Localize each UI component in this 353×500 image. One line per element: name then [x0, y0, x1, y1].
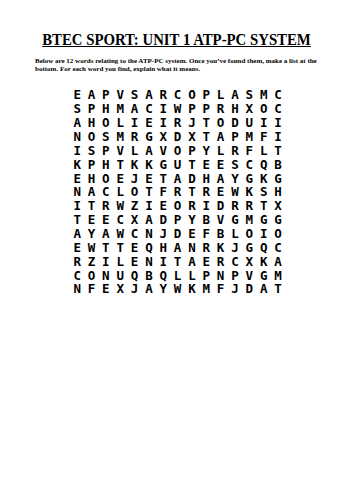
- grid-cell-r11c12: L: [228, 227, 242, 241]
- grid-cell-r1c7: R: [156, 88, 170, 102]
- grid-cell-r4c10: T: [199, 130, 213, 144]
- grid-cell-r2c7: I: [156, 102, 170, 116]
- grid-cell-r8c15: H: [271, 185, 285, 199]
- grid-cell-r3c3: O: [99, 116, 113, 130]
- grid-cell-r13c14: K: [256, 254, 270, 268]
- grid-cell-r2c1: S: [70, 102, 84, 116]
- grid-cell-r4c15: I: [271, 130, 285, 144]
- grid-cell-r13c6: N: [142, 254, 156, 268]
- grid-cell-r12c8: A: [170, 240, 184, 254]
- grid-cell-r9c1: I: [70, 199, 84, 213]
- grid-cell-r14c3: N: [99, 268, 113, 282]
- grid-cell-r1c9: O: [185, 88, 199, 102]
- grid-cell-r11c13: O: [242, 227, 256, 241]
- grid-cell-r13c5: E: [127, 254, 141, 268]
- grid-cell-r9c2: T: [84, 199, 98, 213]
- grid-cell-r2c8: W: [170, 102, 184, 116]
- grid-cell-r11c7: J: [156, 227, 170, 241]
- grid-cell-r6c1: K: [70, 157, 84, 171]
- grid-cell-r1c12: A: [228, 88, 242, 102]
- grid-cell-r1c10: P: [199, 88, 213, 102]
- grid-cell-r15c2: F: [84, 282, 98, 296]
- grid-cell-r1c15: C: [271, 88, 285, 102]
- grid-cell-r11c1: A: [70, 227, 84, 241]
- instructions-text: Below are 12 words relating to the ATP-P…: [35, 58, 317, 73]
- grid-cell-r10c12: G: [228, 213, 242, 227]
- grid-cell-r6c9: T: [185, 157, 199, 171]
- grid-cell-r6c14: Q: [256, 157, 270, 171]
- grid-cell-r15c12: J: [228, 282, 242, 296]
- grid-cell-r6c12: S: [228, 157, 242, 171]
- grid-cell-r7c14: K: [256, 171, 270, 185]
- grid-cell-r1c2: A: [84, 88, 98, 102]
- grid-cell-r14c1: C: [70, 268, 84, 282]
- grid-cell-r5c2: S: [84, 143, 98, 157]
- grid-cell-r4c9: X: [185, 130, 199, 144]
- grid-cell-r3c15: I: [271, 116, 285, 130]
- grid-cell-r15c1: N: [70, 282, 84, 296]
- grid-cell-r1c1: E: [70, 88, 84, 102]
- grid-cell-r10c13: M: [242, 213, 256, 227]
- grid-cell-r9c10: I: [199, 199, 213, 213]
- grid-cell-r7c3: O: [99, 171, 113, 185]
- grid-cell-r5c15: T: [271, 143, 285, 157]
- grid-cell-r1c11: L: [213, 88, 227, 102]
- grid-cell-r10c5: X: [127, 213, 141, 227]
- grid-cell-r8c10: R: [199, 185, 213, 199]
- grid-cell-r6c8: U: [170, 157, 184, 171]
- grid-cell-r5c4: V: [113, 143, 127, 157]
- grid-cell-r2c4: M: [113, 102, 127, 116]
- grid-cell-r11c11: B: [213, 227, 227, 241]
- grid-cell-r6c13: C: [242, 157, 256, 171]
- grid-cell-r15c5: J: [127, 282, 141, 296]
- grid-cell-r11c3: A: [99, 227, 113, 241]
- grid-cell-r11c6: N: [142, 227, 156, 241]
- grid-cell-r4c3: S: [99, 130, 113, 144]
- grid-cell-r2c15: C: [271, 102, 285, 116]
- grid-cell-r10c4: C: [113, 213, 127, 227]
- grid-cell-r12c13: G: [242, 240, 256, 254]
- grid-cell-r9c4: W: [113, 199, 127, 213]
- wordsearch-grid: EAPVSARCOPLASMCSPHMACIWPPRHXOCAHOLIEIRJT…: [70, 88, 285, 296]
- grid-cell-r2c12: H: [228, 102, 242, 116]
- grid-cell-r13c11: R: [213, 254, 227, 268]
- grid-cell-r7c2: H: [84, 171, 98, 185]
- grid-cell-r13c13: X: [242, 254, 256, 268]
- grid-cell-r8c6: T: [142, 185, 156, 199]
- grid-cell-r5c12: R: [228, 143, 242, 157]
- grid-cell-r11c9: E: [185, 227, 199, 241]
- grid-cell-r10c10: B: [199, 213, 213, 227]
- grid-cell-r3c10: T: [199, 116, 213, 130]
- grid-cell-r1c13: S: [242, 88, 256, 102]
- grid-cell-r6c5: K: [127, 157, 141, 171]
- grid-cell-r1c3: P: [99, 88, 113, 102]
- grid-cell-r8c2: A: [84, 185, 98, 199]
- grid-cell-r14c5: Q: [127, 268, 141, 282]
- grid-cell-r5c8: O: [170, 143, 184, 157]
- grid-cell-r12c15: C: [271, 240, 285, 254]
- grid-cell-r2c13: X: [242, 102, 256, 116]
- grid-cell-r1c4: V: [113, 88, 127, 102]
- grid-cell-r12c1: E: [70, 240, 84, 254]
- grid-cell-r15c6: A: [142, 282, 156, 296]
- grid-cell-r14c6: B: [142, 268, 156, 282]
- grid-cell-r14c12: P: [228, 268, 242, 282]
- grid-cell-r6c4: T: [113, 157, 127, 171]
- grid-cell-r5c7: V: [156, 143, 170, 157]
- grid-cell-r8c12: W: [228, 185, 242, 199]
- grid-cell-r3c7: I: [156, 116, 170, 130]
- grid-cell-r5c6: A: [142, 143, 156, 157]
- grid-cell-r3c12: D: [228, 116, 242, 130]
- grid-cell-r3c14: I: [256, 116, 270, 130]
- grid-cell-r6c6: K: [142, 157, 156, 171]
- grid-cell-r11c14: I: [256, 227, 270, 241]
- grid-cell-r9c14: T: [256, 199, 270, 213]
- grid-cell-r12c7: H: [156, 240, 170, 254]
- grid-cell-r15c13: D: [242, 282, 256, 296]
- grid-cell-r9c7: E: [156, 199, 170, 213]
- grid-cell-r12c10: R: [199, 240, 213, 254]
- grid-cell-r15c15: T: [271, 282, 285, 296]
- grid-cell-r9c13: R: [242, 199, 256, 213]
- grid-cell-r13c3: I: [99, 254, 113, 268]
- grid-cell-r13c7: I: [156, 254, 170, 268]
- grid-cell-r5c14: L: [256, 143, 270, 157]
- grid-cell-r15c10: M: [199, 282, 213, 296]
- grid-cell-r9c9: R: [185, 199, 199, 213]
- grid-cell-r13c1: R: [70, 254, 84, 268]
- grid-cell-r11c10: F: [199, 227, 213, 241]
- grid-cell-r8c5: O: [127, 185, 141, 199]
- grid-cell-r15c8: W: [170, 282, 184, 296]
- grid-cell-r6c3: H: [99, 157, 113, 171]
- grid-cell-r7c9: D: [185, 171, 199, 185]
- grid-cell-r1c6: A: [142, 88, 156, 102]
- grid-cell-r5c3: P: [99, 143, 113, 157]
- grid-cell-r9c8: O: [170, 199, 184, 213]
- grid-cell-r10c11: V: [213, 213, 227, 227]
- grid-cell-r3c4: L: [113, 116, 127, 130]
- grid-cell-r4c13: M: [242, 130, 256, 144]
- grid-cell-r9c3: R: [99, 199, 113, 213]
- grid-cell-r6c7: G: [156, 157, 170, 171]
- grid-cell-r13c15: A: [271, 254, 285, 268]
- grid-cell-r7c13: G: [242, 171, 256, 185]
- grid-cell-r2c3: H: [99, 102, 113, 116]
- grid-cell-r3c9: J: [185, 116, 199, 130]
- grid-cell-r14c14: G: [256, 268, 270, 282]
- grid-cell-r5c9: P: [185, 143, 199, 157]
- grid-cell-r8c1: N: [70, 185, 84, 199]
- grid-cell-r9c11: D: [213, 199, 227, 213]
- grid-cell-r13c12: C: [228, 254, 242, 268]
- grid-cell-r14c13: V: [242, 268, 256, 282]
- grid-cell-r11c5: C: [127, 227, 141, 241]
- grid-cell-r7c11: A: [213, 171, 227, 185]
- grid-cell-r9c12: R: [228, 199, 242, 213]
- grid-cell-r2c9: P: [185, 102, 199, 116]
- grid-cell-r3c2: H: [84, 116, 98, 130]
- grid-cell-r12c6: Q: [142, 240, 156, 254]
- grid-cell-r4c8: D: [170, 130, 184, 144]
- grid-cell-r8c9: T: [185, 185, 199, 199]
- grid-cell-r2c14: O: [256, 102, 270, 116]
- grid-cell-r5c10: Y: [199, 143, 213, 157]
- grid-cell-r15c11: F: [213, 282, 227, 296]
- grid-cell-r8c8: R: [170, 185, 184, 199]
- grid-cell-r4c11: A: [213, 130, 227, 144]
- grid-cell-r14c8: L: [170, 268, 184, 282]
- instructions-line-2: bottom. For each word you find, explain …: [35, 66, 317, 74]
- grid-cell-r15c4: X: [113, 282, 127, 296]
- grid-cell-r10c3: E: [99, 213, 113, 227]
- grid-cell-r12c2: W: [84, 240, 98, 254]
- grid-cell-r14c9: L: [185, 268, 199, 282]
- grid-cell-r2c10: P: [199, 102, 213, 116]
- grid-cell-r3c8: R: [170, 116, 184, 130]
- grid-cell-r7c5: J: [127, 171, 141, 185]
- grid-cell-r12c11: K: [213, 240, 227, 254]
- grid-cell-r13c9: A: [185, 254, 199, 268]
- grid-cell-r3c1: A: [70, 116, 84, 130]
- grid-cell-r1c14: M: [256, 88, 270, 102]
- grid-cell-r6c11: E: [213, 157, 227, 171]
- grid-cell-r8c3: C: [99, 185, 113, 199]
- grid-cell-r7c4: E: [113, 171, 127, 185]
- grid-cell-r6c10: E: [199, 157, 213, 171]
- grid-cell-r15c7: Y: [156, 282, 170, 296]
- grid-cell-r9c15: X: [271, 199, 285, 213]
- grid-cell-r4c6: G: [142, 130, 156, 144]
- grid-cell-r7c6: E: [142, 171, 156, 185]
- grid-cell-r5c5: L: [127, 143, 141, 157]
- grid-cell-r10c14: G: [256, 213, 270, 227]
- grid-cell-r7c10: H: [199, 171, 213, 185]
- grid-cell-r3c5: I: [127, 116, 141, 130]
- grid-cell-r4c1: N: [70, 130, 84, 144]
- grid-cell-r13c8: T: [170, 254, 184, 268]
- grid-cell-r14c10: P: [199, 268, 213, 282]
- grid-cell-r2c6: C: [142, 102, 156, 116]
- grid-cell-r4c2: O: [84, 130, 98, 144]
- grid-cell-r14c7: Q: [156, 268, 170, 282]
- grid-cell-r11c8: D: [170, 227, 184, 241]
- grid-cell-r10c15: G: [271, 213, 285, 227]
- grid-cell-r5c13: F: [242, 143, 256, 157]
- grid-cell-r2c11: R: [213, 102, 227, 116]
- grid-cell-r4c4: M: [113, 130, 127, 144]
- grid-cell-r8c7: F: [156, 185, 170, 199]
- grid-cell-r3c6: E: [142, 116, 156, 130]
- grid-cell-r12c5: E: [127, 240, 141, 254]
- grid-cell-r1c8: C: [170, 88, 184, 102]
- grid-cell-r14c2: O: [84, 268, 98, 282]
- grid-cell-r6c2: P: [84, 157, 98, 171]
- grid-cell-r13c4: L: [113, 254, 127, 268]
- grid-cell-r8c11: E: [213, 185, 227, 199]
- grid-cell-r14c4: U: [113, 268, 127, 282]
- grid-cell-r10c6: A: [142, 213, 156, 227]
- grid-cell-r7c8: A: [170, 171, 184, 185]
- grid-cell-r3c13: U: [242, 116, 256, 130]
- grid-cell-r8c14: S: [256, 185, 270, 199]
- grid-cell-r4c7: X: [156, 130, 170, 144]
- grid-cell-r11c15: O: [271, 227, 285, 241]
- grid-cell-r12c14: Q: [256, 240, 270, 254]
- grid-cell-r10c9: Y: [185, 213, 199, 227]
- grid-cell-r4c5: R: [127, 130, 141, 144]
- grid-cell-r14c11: N: [213, 268, 227, 282]
- grid-cell-r15c14: A: [256, 282, 270, 296]
- grid-cell-r14c15: M: [271, 268, 285, 282]
- worksheet-page: BTEC SPORT: UNIT 1 ATP-PC SYSTEM Below a…: [0, 0, 353, 500]
- grid-cell-r7c1: E: [70, 171, 84, 185]
- grid-cell-r12c4: T: [113, 240, 127, 254]
- grid-cell-r7c12: Y: [228, 171, 242, 185]
- grid-cell-r12c9: N: [185, 240, 199, 254]
- grid-cell-r9c6: I: [142, 199, 156, 213]
- grid-cell-r5c1: I: [70, 143, 84, 157]
- grid-cell-r8c4: L: [113, 185, 127, 199]
- grid-cell-r11c2: Y: [84, 227, 98, 241]
- grid-cell-r7c7: T: [156, 171, 170, 185]
- grid-cell-r13c2: Z: [84, 254, 98, 268]
- page-title: BTEC SPORT: UNIT 1 ATP-PC SYSTEM: [23, 30, 330, 50]
- grid-cell-r5c11: L: [213, 143, 227, 157]
- grid-cell-r15c9: K: [185, 282, 199, 296]
- grid-cell-r7c15: G: [271, 171, 285, 185]
- grid-cell-r10c8: P: [170, 213, 184, 227]
- grid-cell-r13c10: E: [199, 254, 213, 268]
- grid-cell-r6c15: B: [271, 157, 285, 171]
- grid-cell-r4c14: F: [256, 130, 270, 144]
- grid-cell-r11c4: W: [113, 227, 127, 241]
- grid-cell-r1c5: S: [127, 88, 141, 102]
- grid-cell-r4c12: P: [228, 130, 242, 144]
- grid-cell-r12c3: T: [99, 240, 113, 254]
- grid-cell-r10c7: D: [156, 213, 170, 227]
- grid-cell-r8c13: K: [242, 185, 256, 199]
- grid-cell-r10c2: E: [84, 213, 98, 227]
- grid-cell-r15c3: E: [99, 282, 113, 296]
- grid-cell-r12c12: J: [228, 240, 242, 254]
- grid-cell-r2c2: P: [84, 102, 98, 116]
- grid-cell-r2c5: A: [127, 102, 141, 116]
- grid-cell-r3c11: O: [213, 116, 227, 130]
- grid-cell-r10c1: T: [70, 213, 84, 227]
- grid-cell-r9c5: Z: [127, 199, 141, 213]
